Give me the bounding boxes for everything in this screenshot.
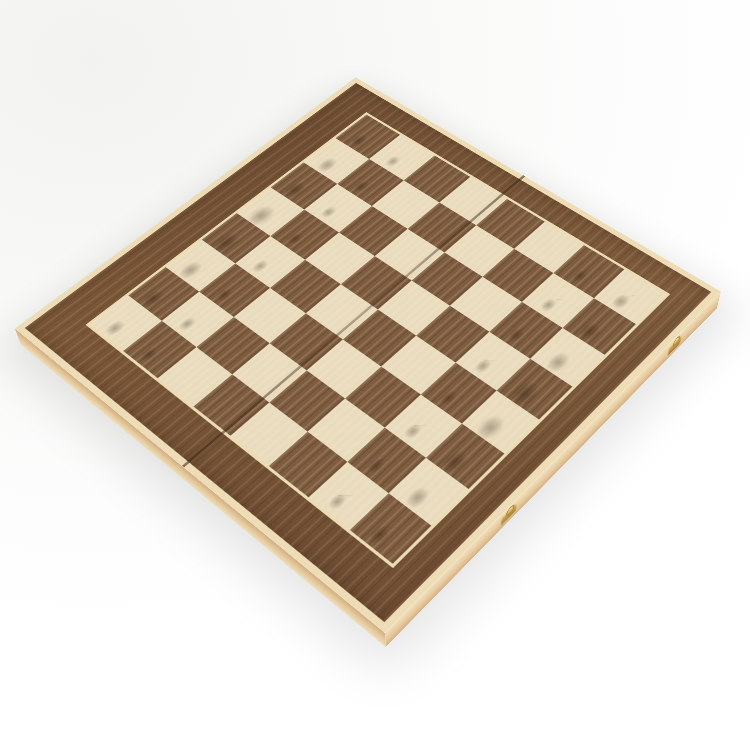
camera-tilt-wrapper: ♜♞♝♛♚♝♞♜♟♟♟♟♟♟♟♟♟♟♟♟♟♟♟♟♜♞♝♛♚♝♞♜ (0, 0, 750, 750)
perspective-wrapper: ♜♞♝♛♚♝♞♜♟♟♟♟♟♟♟♟♟♟♟♟♟♟♟♟♜♞♝♛♚♝♞♜ (0, 0, 750, 750)
white-pawn-icon: ♟ (314, 452, 358, 501)
black-pawn-icon: ♟ (167, 280, 207, 324)
board-surface (15, 77, 721, 633)
product-photo-scene: ♜♞♝♛♚♝♞♜♟♟♟♟♟♟♟♟♟♟♟♟♟♟♟♟♜♞♝♛♚♝♞♜ (0, 0, 750, 750)
square-b6 (196, 317, 269, 374)
square-a6 (158, 347, 232, 406)
chess-board: ♜♞♝♛♚♝♞♜♟♟♟♟♟♟♟♟♟♟♟♟♟♟♟♟♜♞♝♛♚♝♞♜ (15, 77, 721, 633)
square-b4 (269, 370, 345, 431)
black-pawn-icon: ♟ (128, 309, 168, 354)
square-a4 (231, 403, 308, 466)
white-rook-icon: ♜ (352, 477, 403, 534)
